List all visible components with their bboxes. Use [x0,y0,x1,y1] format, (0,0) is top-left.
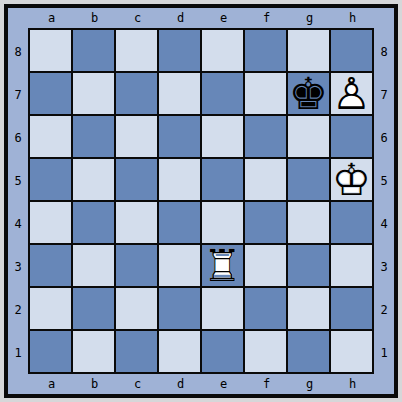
square-g6[interactable] [288,116,329,157]
square-f6[interactable] [245,116,286,157]
rank-label-3-left: 3 [14,260,21,274]
square-f2[interactable] [245,288,286,329]
rank-label-8-left: 8 [14,45,21,59]
square-b7[interactable] [73,73,114,114]
file-label-b-top: b [91,11,98,25]
square-e2[interactable] [202,288,243,329]
square-g8[interactable] [288,30,329,71]
chess-board: ♚♟♙♚♔♜♖ [28,28,374,374]
square-h2[interactable] [331,288,372,329]
file-label-g-bottom: g [306,377,313,391]
square-c4[interactable] [116,202,157,243]
rank-label-4-left: 4 [14,217,21,231]
file-labels-bottom: abcdefgh [28,374,374,394]
rank-labels-left: 87654321 [8,28,28,374]
file-label-d-bottom: d [177,377,184,391]
square-g1[interactable] [288,331,329,372]
square-b5[interactable] [73,159,114,200]
diagram-outer-strip: abcdefgh 87654321 ♚♟♙♚♔♜♖ 87654321 abcde… [0,0,402,402]
white-rook-icon: ♖ [202,245,243,286]
file-label-e-bottom: e [220,377,227,391]
rank-label-3-right: 3 [380,260,387,274]
margin-corner-top-right [374,8,394,28]
square-h6[interactable] [331,116,372,157]
square-a7[interactable] [30,73,71,114]
margin-corner-bottom-left [8,374,28,394]
white-pawn-icon: ♙ [331,73,372,114]
square-c2[interactable] [116,288,157,329]
square-f5[interactable] [245,159,286,200]
rank-labels-right: 87654321 [374,28,394,374]
rank-label-6-left: 6 [14,131,21,145]
file-label-b-bottom: b [91,377,98,391]
board-frame: abcdefgh 87654321 ♚♟♙♚♔♜♖ 87654321 abcde… [4,4,398,398]
square-e4[interactable] [202,202,243,243]
piece-white-rook-e3[interactable]: ♜♖ [202,245,243,286]
rank-label-6-right: 6 [380,131,387,145]
square-b3[interactable] [73,245,114,286]
file-label-d-top: d [177,11,184,25]
square-d5[interactable] [159,159,200,200]
square-d7[interactable] [159,73,200,114]
square-a5[interactable] [30,159,71,200]
rank-label-2-left: 2 [14,303,21,317]
square-c7[interactable] [116,73,157,114]
square-a2[interactable] [30,288,71,329]
square-h4[interactable] [331,202,372,243]
square-g7[interactable]: ♚ [288,73,329,114]
square-a3[interactable] [30,245,71,286]
square-e6[interactable] [202,116,243,157]
square-b1[interactable] [73,331,114,372]
white-king-icon: ♔ [331,159,372,200]
square-c6[interactable] [116,116,157,157]
square-a6[interactable] [30,116,71,157]
rank-label-7-left: 7 [14,88,21,102]
file-label-f-top: f [263,11,270,25]
square-c5[interactable] [116,159,157,200]
square-f8[interactable] [245,30,286,71]
square-d6[interactable] [159,116,200,157]
square-d4[interactable] [159,202,200,243]
square-e5[interactable] [202,159,243,200]
square-b8[interactable] [73,30,114,71]
margin-corner-top-left [8,8,28,28]
square-h3[interactable] [331,245,372,286]
square-d2[interactable] [159,288,200,329]
square-h8[interactable] [331,30,372,71]
square-c8[interactable] [116,30,157,71]
file-label-g-top: g [306,11,313,25]
rank-label-2-right: 2 [380,303,387,317]
square-b4[interactable] [73,202,114,243]
square-a8[interactable] [30,30,71,71]
black-king-icon: ♚ [288,73,329,114]
file-label-e-top: e [220,11,227,25]
square-e7[interactable] [202,73,243,114]
margin-corner-bottom-right [374,374,394,394]
square-b6[interactable] [73,116,114,157]
file-label-f-bottom: f [263,377,270,391]
rank-label-5-right: 5 [380,174,387,188]
square-f7[interactable] [245,73,286,114]
file-label-c-bottom: c [134,377,141,391]
square-f4[interactable] [245,202,286,243]
rank-label-4-right: 4 [380,217,387,231]
square-a4[interactable] [30,202,71,243]
square-g2[interactable] [288,288,329,329]
rank-label-8-right: 8 [380,45,387,59]
square-f1[interactable] [245,331,286,372]
file-label-h-bottom: h [349,377,356,391]
square-d8[interactable] [159,30,200,71]
square-c1[interactable] [116,331,157,372]
square-e1[interactable] [202,331,243,372]
square-d3[interactable] [159,245,200,286]
square-a1[interactable] [30,331,71,372]
square-d1[interactable] [159,331,200,372]
square-e8[interactable] [202,30,243,71]
file-label-a-top: a [48,11,55,25]
square-e3[interactable]: ♜♖ [202,245,243,286]
square-b2[interactable] [73,288,114,329]
file-label-a-bottom: a [48,377,55,391]
square-f3[interactable] [245,245,286,286]
piece-white-pawn-h7[interactable]: ♟♙ [331,73,372,114]
file-labels-top: abcdefgh [28,8,374,28]
rank-label-1-left: 1 [14,346,21,360]
piece-white-king-h5[interactable]: ♚♔ [331,159,372,200]
square-h7[interactable]: ♟♙ [331,73,372,114]
rank-label-1-right: 1 [380,346,387,360]
square-c3[interactable] [116,245,157,286]
rank-label-5-left: 5 [14,174,21,188]
rank-label-7-right: 7 [380,88,387,102]
square-h5[interactable]: ♚♔ [331,159,372,200]
file-label-c-top: c [134,11,141,25]
file-label-h-top: h [349,11,356,25]
square-h1[interactable] [331,331,372,372]
piece-black-king-g7[interactable]: ♚ [288,73,329,114]
square-g4[interactable] [288,202,329,243]
square-g3[interactable] [288,245,329,286]
square-g5[interactable] [288,159,329,200]
